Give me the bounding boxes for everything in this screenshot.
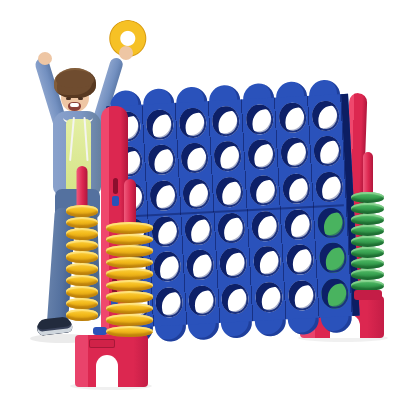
board-hole-c5r3	[249, 175, 278, 206]
green-ring	[351, 225, 384, 236]
green-ring	[351, 203, 384, 214]
board-hole-c4r5	[219, 248, 248, 279]
child-eye	[78, 97, 83, 100]
board-hole-c3r1	[179, 107, 208, 138]
board-hole-c7r1	[311, 100, 340, 131]
board-hole-c4r3	[216, 177, 245, 208]
board-hole-c4r2	[214, 141, 243, 172]
green-ring	[351, 258, 384, 269]
board-hole-c2r3	[150, 180, 179, 211]
green-stack-bracket	[354, 290, 382, 300]
board-hole-c4r1	[212, 105, 241, 136]
board-hole-c5r1	[245, 104, 274, 135]
green-ring	[351, 236, 384, 247]
child-hair-fringe	[56, 70, 94, 88]
green-ring	[351, 269, 384, 280]
yellow-ring	[66, 309, 98, 321]
board-hole-c5r4	[251, 210, 280, 241]
embossed-logo-plate	[89, 339, 115, 348]
yellow-ring	[106, 291, 153, 303]
board-hole-c4r6	[221, 283, 250, 314]
yellow-ring	[66, 263, 98, 275]
child-teeth	[70, 103, 79, 107]
yellow-ring	[106, 245, 153, 257]
green-ring	[351, 214, 384, 225]
board-hole-c6r6	[288, 280, 317, 311]
board-hole-c7r3	[315, 171, 344, 202]
child-right-hand	[119, 46, 133, 60]
board-hole-c2r6	[155, 287, 184, 318]
board-hole-c3r2	[181, 143, 210, 174]
yellow-ring	[106, 326, 153, 338]
board-hole-c5r5	[253, 246, 282, 277]
child-eye	[66, 97, 71, 100]
board-hole-c3r6	[188, 285, 217, 316]
yellow-ring	[66, 228, 98, 240]
board-hole-c7r4	[317, 207, 346, 238]
board-hole-c4r4	[218, 212, 247, 243]
board-hole-c7r5	[319, 243, 348, 274]
board-hole-c7r6	[321, 278, 350, 309]
yellow-ring	[106, 257, 153, 269]
ring-column	[351, 192, 384, 291]
green-ring	[351, 192, 384, 203]
board-hole-c6r3	[282, 173, 311, 204]
left-foot-arch	[96, 355, 118, 387]
child-left-fist	[38, 52, 52, 65]
yellow-ring	[66, 240, 98, 252]
yellow-ring	[106, 222, 153, 234]
ring-column	[106, 222, 153, 337]
board-hole-c6r1	[278, 102, 307, 133]
yellow-ring	[106, 234, 153, 246]
yellow-ring	[106, 280, 153, 292]
green-ring	[351, 247, 384, 258]
yellow-ring	[66, 251, 98, 263]
post-slot	[113, 178, 118, 194]
board-hole-c3r5	[186, 250, 215, 281]
yellow-ring	[106, 303, 153, 315]
board-hole-c2r4	[151, 216, 180, 247]
yellow-ring	[66, 298, 98, 310]
yellow-ring	[66, 205, 98, 217]
board-hole-c5r2	[247, 139, 276, 170]
board-hole-c6r2	[280, 138, 309, 169]
board-hole-c7r2	[313, 136, 342, 167]
yellow-ring	[66, 217, 98, 229]
yellow-ring	[106, 314, 153, 326]
board-hole-c6r4	[284, 209, 313, 240]
yellow-ring	[66, 286, 98, 298]
board-hole-c2r5	[153, 251, 182, 282]
board-hole-c2r1	[146, 109, 175, 140]
board-hole-c5r6	[254, 282, 283, 313]
blue-base-latch	[93, 327, 107, 335]
board-hole-c3r3	[183, 178, 212, 209]
product-photo-stage	[0, 0, 400, 400]
board-hole-c6r5	[286, 244, 315, 275]
ring-column	[66, 205, 98, 321]
yellow-ring	[66, 275, 98, 287]
blue-latch-peg	[112, 196, 119, 206]
yellow-ring	[106, 268, 153, 280]
board-hole-c3r4	[185, 214, 214, 245]
board-hole-c2r2	[148, 144, 177, 175]
